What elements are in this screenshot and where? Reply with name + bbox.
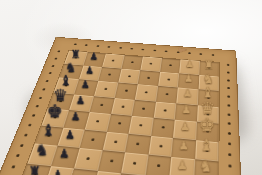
black-king[interactable]: ♚ — [46, 102, 62, 120]
peg-hole — [153, 49, 156, 51]
white-pawn[interactable]: ♟ — [176, 159, 187, 171]
peg-hole — [227, 132, 230, 135]
white-pawn[interactable]: ♟ — [180, 121, 190, 132]
white-rook[interactable]: ♜ — [204, 59, 215, 71]
square-g2[interactable]: ♟ — [169, 157, 194, 175]
chess-board: ♟ ♜♟♟♜♞♟♟♞♝♟♟♝♛♟♟♛♚♟♟♚♝♟♟♝♞♟♟♞♜♟♟♜ — [0, 37, 243, 175]
peg-hole — [85, 44, 88, 46]
peg-hole — [35, 105, 39, 108]
black-pawn[interactable]: ♟ — [85, 65, 94, 75]
peg-hole — [130, 47, 133, 49]
peg-hole — [227, 104, 230, 107]
peg-hole — [227, 113, 230, 116]
rim-holes-right — [226, 64, 233, 175]
square-g1[interactable]: ♞ — [194, 159, 219, 175]
white-pawn[interactable]: ♟ — [178, 139, 189, 151]
black-pawn[interactable]: ♟ — [76, 95, 86, 106]
peg-hole — [74, 43, 77, 45]
peg-hole — [27, 124, 31, 127]
black-pawn[interactable]: ♟ — [65, 129, 75, 141]
square-c3[interactable] — [156, 86, 178, 103]
square-f6[interactable] — [80, 129, 107, 150]
peg-hole — [108, 46, 111, 48]
black-pawn[interactable]: ♟ — [81, 79, 90, 89]
black-rook[interactable]: ♜ — [70, 48, 80, 59]
peg-hole — [227, 122, 230, 125]
square-e2[interactable]: ♟ — [173, 120, 196, 140]
loose-white-piece-lying[interactable]: ♟ — [177, 47, 189, 54]
white-king[interactable]: ♚ — [199, 116, 216, 135]
peg-hole — [45, 80, 49, 82]
black-knight[interactable]: ♞ — [35, 142, 49, 157]
peg-hole — [48, 72, 51, 74]
peg-hole — [212, 54, 215, 56]
square-d4[interactable] — [132, 100, 156, 118]
black-pawn[interactable]: ♟ — [53, 168, 64, 175]
peg-hole — [228, 142, 231, 145]
peg-hole — [19, 144, 23, 147]
white-bishop[interactable]: ♝ — [199, 137, 214, 153]
peg-hole — [227, 87, 230, 89]
square-f5[interactable] — [102, 131, 128, 152]
square-d5[interactable] — [111, 98, 135, 116]
peg-hole — [38, 96, 42, 98]
photo-background: ♟ ♜♟♟♜♞♟♟♞♝♟♟♝♛♟♟♛♚♟♟♚♝♟♟♝♞♟♟♞♜♟♟♜ — [0, 0, 262, 175]
black-bishop[interactable]: ♝ — [41, 123, 55, 139]
square-h8[interactable]: ♜ — [20, 163, 51, 175]
square-d6[interactable] — [90, 96, 115, 114]
peg-hole — [228, 164, 231, 167]
square-f2[interactable]: ♟ — [171, 138, 195, 160]
square-f7[interactable]: ♟ — [57, 127, 85, 148]
peg-hole — [24, 133, 28, 136]
black-rook[interactable]: ♜ — [28, 164, 41, 175]
peg-hole — [226, 64, 229, 66]
square-h6[interactable] — [68, 168, 98, 175]
square-e3[interactable] — [151, 118, 175, 138]
peg-hole — [142, 48, 145, 50]
white-pawn[interactable]: ♟ — [181, 104, 191, 115]
black-pawn[interactable]: ♟ — [71, 111, 81, 122]
peg-hole — [119, 47, 122, 49]
square-f3[interactable] — [148, 136, 173, 157]
white-pawn[interactable]: ♟ — [185, 59, 194, 69]
square-d3[interactable] — [153, 101, 176, 119]
black-pawn[interactable]: ♟ — [90, 52, 99, 62]
scene: ♟ ♜♟♟♜♞♟♟♞♝♟♟♝♛♟♟♛♚♟♟♚♝♟♟♝♞♟♟♞♜♟♟♜ — [0, 0, 262, 175]
peg-hole — [51, 65, 54, 67]
peg-hole — [31, 114, 35, 117]
peg-hole — [42, 88, 46, 90]
square-g3[interactable] — [145, 155, 171, 175]
peg-hole — [228, 153, 231, 156]
peg-hole — [11, 165, 15, 168]
square-f4[interactable] — [125, 133, 151, 154]
white-pawn[interactable]: ♟ — [184, 73, 193, 83]
peg-hole — [15, 154, 19, 157]
black-pawn[interactable]: ♟ — [59, 148, 70, 160]
peg-hole — [57, 50, 60, 52]
peg-hole — [227, 79, 230, 81]
peg-hole — [96, 45, 99, 47]
square-e4[interactable] — [129, 116, 154, 136]
peg-hole — [227, 95, 230, 97]
white-pawn[interactable]: ♟ — [183, 88, 193, 99]
white-knight[interactable]: ♞ — [199, 158, 213, 174]
peg-hole — [226, 71, 229, 73]
peg-hole — [54, 57, 57, 59]
square-g6[interactable] — [74, 148, 102, 170]
peg-hole — [200, 53, 203, 55]
square-g4[interactable] — [121, 152, 148, 175]
peg-hole — [165, 50, 168, 52]
square-c4[interactable] — [135, 84, 158, 101]
